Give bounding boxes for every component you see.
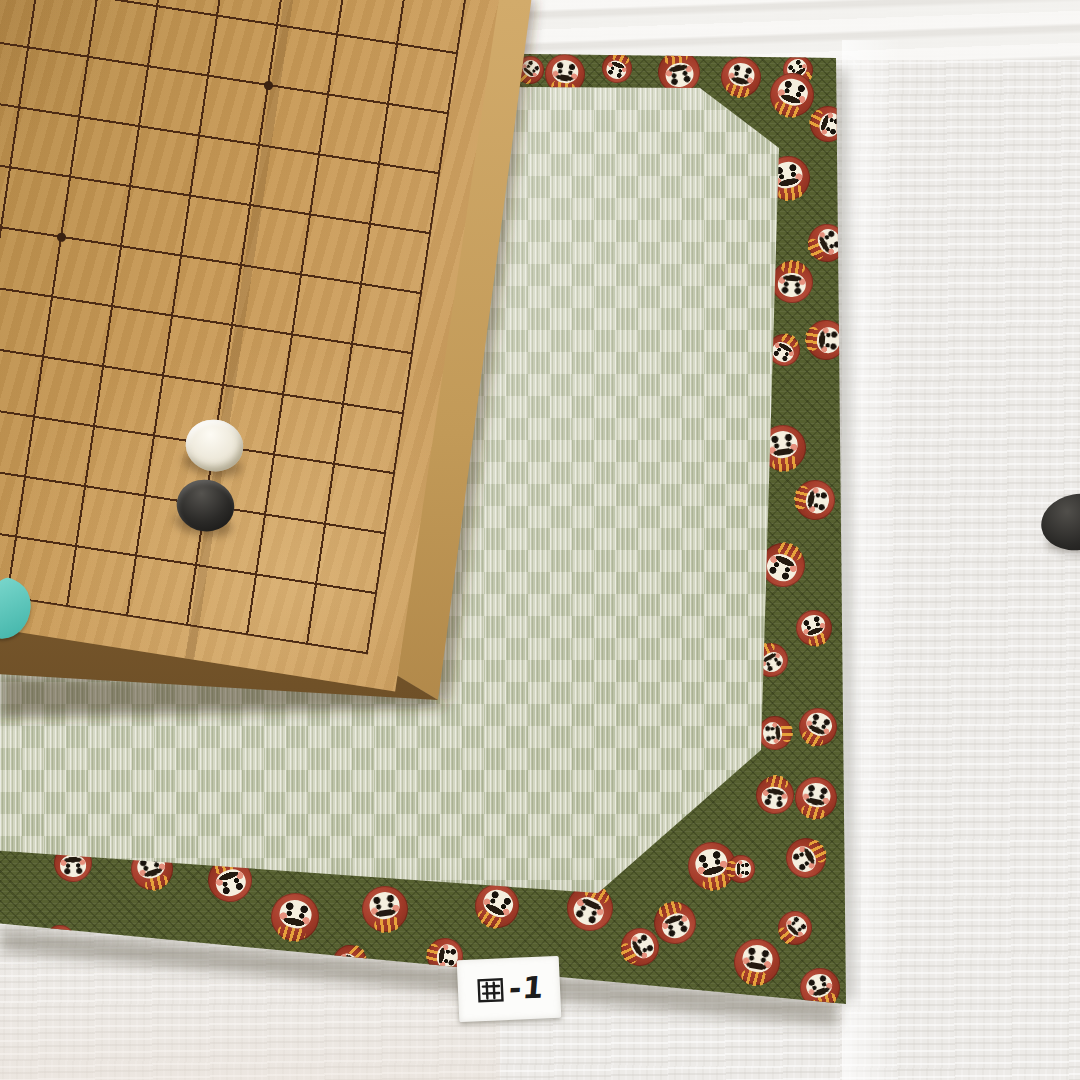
item-label-suffix: -1 (508, 972, 546, 1004)
kanji-i-glyph (473, 973, 506, 1006)
hoshi-point (263, 80, 273, 90)
photo-scene: -1 (0, 0, 1080, 1080)
goban-grid-lines (0, 0, 476, 654)
item-label-sticker: -1 (457, 956, 562, 1022)
hoshi-point (56, 231, 66, 241)
go-board (0, 0, 1080, 1080)
